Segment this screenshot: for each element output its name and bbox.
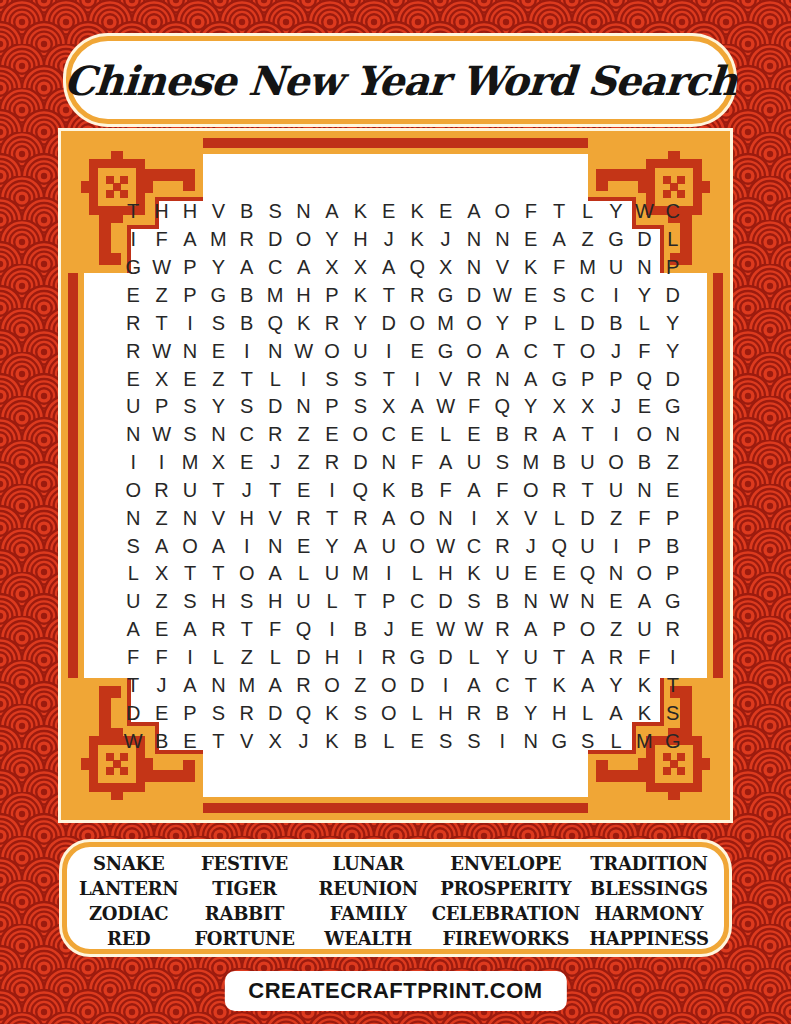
grid-cell-r19c7: Q [289,699,317,727]
grid-cell-r17c7: D [289,644,317,672]
grid-cell-r11c18: U [602,477,630,505]
grid-cell-r8c4: Y [204,393,232,421]
grid-cell-r2c14: N [488,226,516,254]
grid-cell-r18c13: A [460,671,488,699]
grid-cell-r13c17: U [573,532,601,560]
grid-cell-r3c12: X [431,254,459,282]
grid-cell-r6c4: E [204,337,232,365]
worksheet-page: Chinese New Year Word Search THHVBSNAKEK… [0,0,791,1024]
grid-cell-r6c20: Y [659,337,687,365]
grid-cell-r4c6: M [261,282,289,310]
grid-cell-r6c16: T [545,337,573,365]
grid-cell-r13c5: I [233,532,261,560]
grid-cell-r14c14: U [488,560,516,588]
grid-cell-r5c15: P [517,309,545,337]
grid-cell-r9c19: O [630,421,658,449]
grid-cell-r6c9: U [346,337,374,365]
word-column-4: ENVELOPEPROSPERITYCELEBRATIONFIREWORKS [432,851,580,951]
grid-cell-r19c11: L [403,699,431,727]
grid-cell-r9c12: L [431,421,459,449]
grid-cell-r4c17: C [573,282,601,310]
grid-cell-r11c17: T [573,477,601,505]
grid-cell-r10c2: I [147,449,175,477]
grid-cell-r12c16: L [545,504,573,532]
letter-grid: THHVBSNAKEKEAOFTLYWCIFAMRDOYHJKJNNEAZGDL… [119,198,687,755]
grid-cell-r6c18: J [602,337,630,365]
grid-cell-r3c2: W [147,254,175,282]
grid-cell-r9c6: R [261,421,289,449]
word-column-5: TRADITIONBLESSINGSHARMONYHAPPINESS [580,851,718,951]
grid-cell-r13c6: N [261,532,289,560]
grid-cell-r15c5: S [233,588,261,616]
grid-cell-r15c16: W [545,588,573,616]
word-item: CELEBRATION [432,901,580,926]
grid-cell-r5c20: Y [659,309,687,337]
grid-cell-r19c13: R [460,699,488,727]
grid-cell-r4c9: K [346,282,374,310]
grid-cell-r3c4: Y [204,254,232,282]
grid-cell-r18c16: K [545,671,573,699]
word-item: FIREWORKS [442,926,569,951]
grid-cell-r3c13: N [460,254,488,282]
grid-cell-r19c14: B [488,699,516,727]
grid-cell-r7c17: P [573,365,601,393]
grid-cell-r17c18: R [602,644,630,672]
grid-cell-r1c15: F [517,198,545,226]
grid-cell-r7c14: N [488,365,516,393]
grid-cell-r11c12: F [431,477,459,505]
grid-cell-r20c16: G [545,727,573,755]
grid-cell-r5c4: S [204,309,232,337]
grid-cell-r4c12: G [431,282,459,310]
grid-cell-r17c11: G [403,644,431,672]
grid-cell-r14c9: M [346,560,374,588]
grid-cell-r15c20: G [659,588,687,616]
word-item: ZODIAC [89,901,168,926]
grid-cell-r1c9: K [346,198,374,226]
grid-cell-r6c13: O [460,337,488,365]
grid-cell-r8c9: S [346,393,374,421]
grid-cell-r3c19: N [630,254,658,282]
grid-cell-r11c5: J [233,477,261,505]
grid-cell-r5c16: L [545,309,573,337]
grid-cell-r4c11: R [403,282,431,310]
grid-cell-r17c19: F [630,644,658,672]
grid-cell-r9c2: W [147,421,175,449]
grid-cell-r7c5: T [233,365,261,393]
grid-cell-r5c2: T [147,309,175,337]
grid-cell-r15c19: A [630,588,658,616]
grid-cell-r2c2: F [147,226,175,254]
grid-cell-r11c15: O [517,477,545,505]
grid-cell-r13c1: S [119,532,147,560]
grid-cell-r15c15: N [517,588,545,616]
grid-cell-r1c4: V [204,198,232,226]
grid-cell-r5c13: O [460,309,488,337]
grid-cell-r1c18: Y [602,198,630,226]
grid-cell-r17c12: D [431,644,459,672]
grid-cell-r8c8: P [318,393,346,421]
grid-cell-r14c11: L [403,560,431,588]
grid-cell-r4c5: B [233,282,261,310]
grid-cell-r11c13: A [460,477,488,505]
grid-cell-r19c8: K [318,699,346,727]
grid-cell-r12c7: R [289,504,317,532]
grid-cell-r11c8: I [318,477,346,505]
grid-cell-r20c3: E [176,727,204,755]
grid-cell-r14c7: L [289,560,317,588]
grid-cell-r5c1: R [119,309,147,337]
grid-cell-r16c7: Q [289,616,317,644]
grid-cell-r15c1: U [119,588,147,616]
grid-cell-r6c19: F [630,337,658,365]
grid-cell-r3c15: K [517,254,545,282]
grid-cell-r7c8: S [318,365,346,393]
grid-cell-r15c18: E [602,588,630,616]
grid-cell-r18c14: C [488,671,516,699]
grid-cell-r16c3: A [176,616,204,644]
grid-cell-r8c10: X [375,393,403,421]
grid-cell-r6c5: I [233,337,261,365]
grid-cell-r12c4: V [204,504,232,532]
grid-cell-r2c13: N [460,226,488,254]
grid-cell-r2c4: M [204,226,232,254]
word-item: BLESSINGS [590,876,708,901]
grid-cell-r2c12: J [431,226,459,254]
grid-cell-r20c4: T [204,727,232,755]
grid-cell-r11c10: K [375,477,403,505]
grid-cell-r6c2: W [147,337,175,365]
grid-cell-r17c1: F [119,644,147,672]
grid-cell-r7c13: R [460,365,488,393]
grid-cell-r15c7: U [289,588,317,616]
grid-cell-r11c11: B [403,477,431,505]
grid-cell-r2c17: Z [573,226,601,254]
grid-cell-r20c17: S [573,727,601,755]
grid-cell-r11c9: Q [346,477,374,505]
grid-cell-r1c11: K [403,198,431,226]
grid-cell-r13c18: I [602,532,630,560]
grid-cell-r3c1: G [119,254,147,282]
grid-cell-r17c17: A [573,644,601,672]
grid-cell-r16c2: E [147,616,175,644]
word-item: FAMILY [330,901,407,926]
grid-cell-r6c14: A [488,337,516,365]
grid-cell-r10c3: M [176,449,204,477]
grid-cell-r8c5: S [233,393,261,421]
grid-cell-r20c20: G [659,727,687,755]
grid-cell-r4c3: P [176,282,204,310]
grid-cell-r1c14: O [488,198,516,226]
grid-cell-r13c15: J [517,532,545,560]
grid-cell-r16c4: R [204,616,232,644]
grid-cell-r1c5: B [233,198,261,226]
grid-cell-r18c1: T [119,671,147,699]
grid-cell-r12c9: R [346,504,374,532]
grid-cell-r1c12: E [431,198,459,226]
grid-cell-r17c10: R [375,644,403,672]
grid-cell-r6c10: I [375,337,403,365]
grid-cell-r19c4: S [204,699,232,727]
grid-cell-r14c12: H [431,560,459,588]
title-banner: Chinese New Year Word Search [66,36,734,124]
grid-cell-r10c14: S [488,449,516,477]
grid-cell-r18c19: K [630,671,658,699]
grid-cell-r3c10: A [375,254,403,282]
grid-cell-r11c16: R [545,477,573,505]
grid-cell-r2c20: L [659,226,687,254]
grid-cell-r13c14: R [488,532,516,560]
grid-cell-r15c11: C [403,588,431,616]
grid-cell-r8c6: D [261,393,289,421]
grid-cell-r12c1: N [119,504,147,532]
grid-cell-r3c7: A [289,254,317,282]
grid-cell-r9c10: C [375,421,403,449]
word-item: FORTUNE [194,926,294,951]
grid-cell-r7c3: E [176,365,204,393]
grid-cell-r16c17: O [573,616,601,644]
grid-cell-r1c10: E [375,198,403,226]
grid-cell-r3c3: P [176,254,204,282]
grid-cell-r4c19: Y [630,282,658,310]
grid-cell-r11c20: E [659,477,687,505]
grid-cell-r13c20: B [659,532,687,560]
grid-cell-r2c5: R [233,226,261,254]
grid-cell-r18c6: A [261,671,289,699]
grid-cell-r11c6: T [261,477,289,505]
grid-cell-r14c8: U [318,560,346,588]
grid-cell-r8c7: N [289,393,317,421]
grid-cell-r20c19: M [630,727,658,755]
grid-cell-r13c10: U [375,532,403,560]
grid-cell-r14c1: L [119,560,147,588]
grid-cell-r2c19: D [630,226,658,254]
grid-cell-r2c15: E [517,226,545,254]
grid-cell-r19c6: D [261,699,289,727]
grid-cell-r2c8: Y [318,226,346,254]
grid-cell-r14c10: I [375,560,403,588]
word-item: TIGER [212,876,276,901]
grid-cell-r1c7: N [289,198,317,226]
footer-badge: CREATECRAFTPRINT.COM [224,971,566,1011]
grid-cell-r14c19: O [630,560,658,588]
grid-cell-r7c10: T [375,365,403,393]
grid-cell-r9c11: E [403,421,431,449]
grid-cell-r13c4: A [204,532,232,560]
grid-cell-r9c8: E [318,421,346,449]
grid-cell-r18c18: Y [602,671,630,699]
page-title: Chinese New Year Word Search [62,57,738,104]
grid-cell-r17c2: F [147,644,175,672]
grid-cell-r19c18: A [602,699,630,727]
grid-cell-r3c20: P [659,254,687,282]
grid-cell-r14c6: A [261,560,289,588]
grid-cell-r4c8: P [318,282,346,310]
grid-cell-r3c5: A [233,254,261,282]
grid-cell-r20c14: I [488,727,516,755]
grid-cell-r20c1: W [119,727,147,755]
grid-cell-r3c14: V [488,254,516,282]
grid-cell-r10c15: M [517,449,545,477]
grid-cell-r9c3: S [176,421,204,449]
grid-cell-r4c10: T [375,282,403,310]
grid-cell-r7c4: Z [204,365,232,393]
grid-cell-r20c5: V [233,727,261,755]
word-column-1: SNAKELANTERNZODIACRED [73,851,184,951]
grid-cell-r9c4: N [204,421,232,449]
grid-cell-r9c13: E [460,421,488,449]
grid-cell-r1c19: W [630,198,658,226]
grid-cell-r7c15: A [517,365,545,393]
grid-cell-r19c19: K [630,699,658,727]
grid-cell-r19c16: H [545,699,573,727]
grid-cell-r11c14: F [488,477,516,505]
word-column-3: LUNARREUNIONFAMILYWEALTH [305,851,432,951]
grid-cell-r19c15: Y [517,699,545,727]
grid-cell-r2c16: A [545,226,573,254]
grid-cell-r5c17: D [573,309,601,337]
grid-cell-r13c8: Y [318,532,346,560]
grid-cell-r18c2: J [147,671,175,699]
grid-cell-r20c18: L [602,727,630,755]
grid-cell-r6c8: O [318,337,346,365]
word-list: SNAKELANTERNZODIACREDFESTIVETIGERRABBITF… [62,842,729,954]
grid-cell-r19c1: D [119,699,147,727]
word-item: TRADITION [590,851,708,876]
grid-cell-r7c16: G [545,365,573,393]
grid-cell-r5c8: R [318,309,346,337]
grid-cell-r20c15: N [517,727,545,755]
grid-cell-r5c11: O [403,309,431,337]
grid-cell-r11c4: T [204,477,232,505]
grid-cell-r5c18: B [602,309,630,337]
grid-cell-r9c1: N [119,421,147,449]
grid-cell-r7c7: I [289,365,317,393]
word-item: ENVELOPE [450,851,561,876]
grid-cell-r12c17: D [573,504,601,532]
website-url: CREATECRAFTPRINT.COM [248,978,542,1004]
grid-cell-r20c11: E [403,727,431,755]
grid-cell-r19c9: S [346,699,374,727]
grid-cell-r17c6: L [261,644,289,672]
grid-cell-r11c19: N [630,477,658,505]
grid-cell-r7c6: L [261,365,289,393]
word-item: LUNAR [333,851,404,876]
grid-cell-r1c8: A [318,198,346,226]
grid-cell-r10c13: U [460,449,488,477]
grid-cell-r2c6: D [261,226,289,254]
grid-cell-r18c5: M [233,671,261,699]
grid-cell-r16c10: J [375,616,403,644]
grid-cell-r9c16: A [545,421,573,449]
grid-cell-r15c4: H [204,588,232,616]
grid-cell-r2c7: O [289,226,317,254]
grid-cell-r4c18: I [602,282,630,310]
grid-cell-r12c20: P [659,504,687,532]
grid-cell-r18c8: O [318,671,346,699]
grid-cell-r10c9: D [346,449,374,477]
grid-cell-r15c6: H [261,588,289,616]
grid-cell-r18c4: N [204,671,232,699]
grid-cell-r6c7: W [289,337,317,365]
grid-cell-r6c15: C [517,337,545,365]
grid-cell-r14c20: P [659,560,687,588]
grid-cell-r15c9: T [346,588,374,616]
grid-cell-r7c12: V [431,365,459,393]
grid-cell-r7c2: X [147,365,175,393]
word-item: RABBIT [205,901,284,926]
grid-cell-r2c10: J [375,226,403,254]
grid-cell-r4c20: D [659,282,687,310]
grid-cell-r8c20: G [659,393,687,421]
word-item: RED [107,926,150,951]
grid-cell-r18c15: T [517,671,545,699]
grid-cell-r15c14: B [488,588,516,616]
grid-cell-r10c19: B [630,449,658,477]
grid-cell-r9c20: N [659,421,687,449]
grid-cell-r8c2: P [147,393,175,421]
grid-cell-r16c18: Z [602,616,630,644]
grid-cell-r5c5: B [233,309,261,337]
grid-cell-r4c14: W [488,282,516,310]
word-item: REUNION [319,876,418,901]
grid-cell-r2c3: A [176,226,204,254]
grid-cell-r5c3: I [176,309,204,337]
word-item: HAPPINESS [589,926,709,951]
grid-cell-r8c12: W [431,393,459,421]
grid-cell-r14c18: N [602,560,630,588]
grid-cell-r17c20: I [659,644,687,672]
grid-cell-r3c11: Q [403,254,431,282]
grid-cell-r3c8: X [318,254,346,282]
word-item: HARMONY [595,901,704,926]
word-item: LANTERN [79,876,179,901]
grid-cell-r20c12: S [431,727,459,755]
grid-cell-r15c13: S [460,588,488,616]
grid-cell-r8c19: E [630,393,658,421]
grid-cell-r5c6: Q [261,309,289,337]
grid-cell-r19c10: O [375,699,403,727]
grid-cell-r10c1: I [119,449,147,477]
grid-cell-r9c17: T [573,421,601,449]
grid-cell-r12c8: T [318,504,346,532]
grid-cell-r1c1: T [119,198,147,226]
grid-cell-r12c11: O [403,504,431,532]
grid-cell-r6c1: R [119,337,147,365]
grid-cell-r1c16: T [545,198,573,226]
grid-cell-r5c7: K [289,309,317,337]
grid-cell-r7c11: I [403,365,431,393]
grid-cell-r16c9: B [346,616,374,644]
grid-cell-r12c10: A [375,504,403,532]
grid-cell-r2c11: K [403,226,431,254]
grid-cell-r5c9: Y [346,309,374,337]
grid-cell-r4c1: E [119,282,147,310]
grid-cell-r4c16: S [545,282,573,310]
grid-cell-r6c3: N [176,337,204,365]
grid-cell-r8c17: X [573,393,601,421]
word-item: SNAKE [93,851,164,876]
grid-cell-r4c13: D [460,282,488,310]
grid-cell-r2c18: G [602,226,630,254]
grid-cell-r15c12: D [431,588,459,616]
grid-cell-r20c6: X [261,727,289,755]
grid-cell-r3c18: U [602,254,630,282]
grid-cell-r10c18: O [602,449,630,477]
grid-cell-r10c8: R [318,449,346,477]
grid-cell-r18c11: D [403,671,431,699]
grid-cell-r1c6: S [261,198,289,226]
